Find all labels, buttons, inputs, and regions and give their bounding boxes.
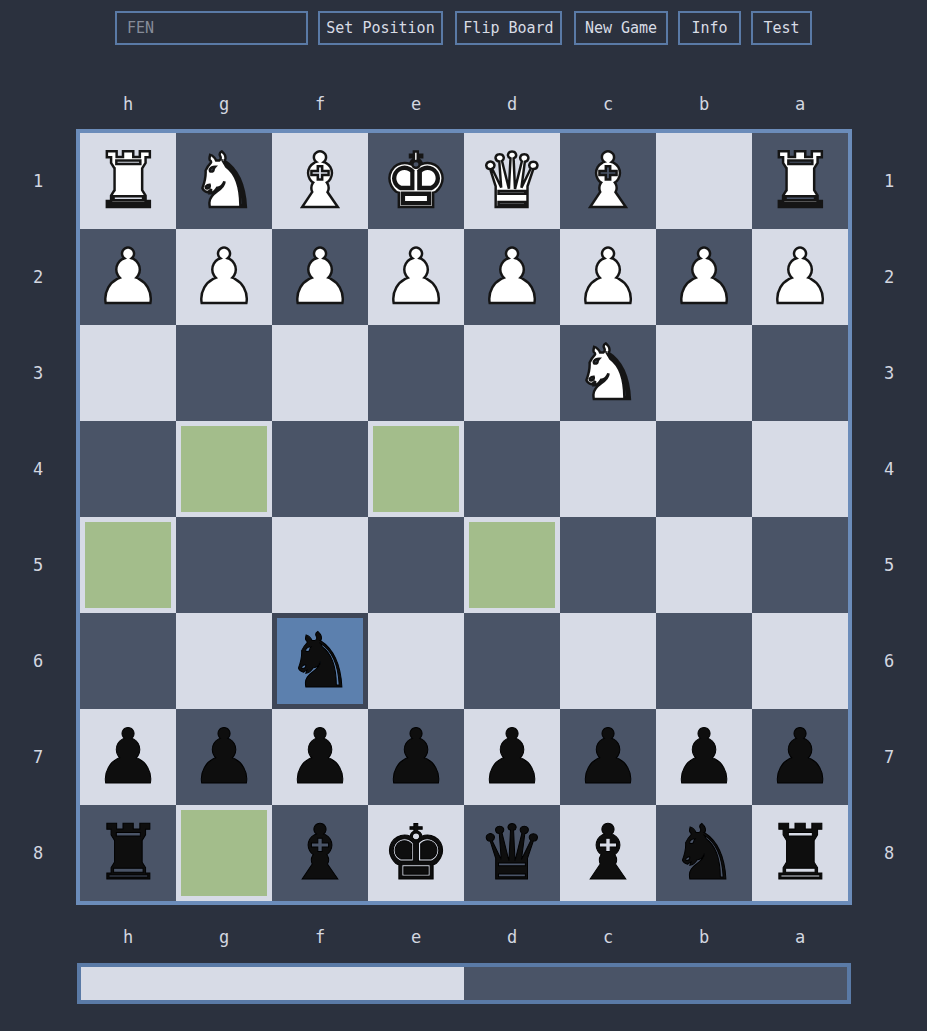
square-c7[interactable]: ♟ (560, 709, 656, 805)
square-e8[interactable]: ♚ (368, 805, 464, 901)
piece-wN: ♞ (190, 143, 258, 219)
square-b6[interactable] (656, 613, 752, 709)
square-e5[interactable] (368, 517, 464, 613)
file-label-h: h (80, 921, 176, 953)
square-h7[interactable]: ♟ (80, 709, 176, 805)
toolbar: Set Position Flip Board New Game Info Te… (0, 0, 927, 56)
file-labels-top: hgfedcba (80, 88, 848, 120)
file-label-e: e (368, 921, 464, 953)
square-f1[interactable]: ♝ (272, 133, 368, 229)
square-c1[interactable]: ♝ (560, 133, 656, 229)
rank-label-6: 6 (851, 613, 927, 709)
piece-wP: ♟ (670, 239, 738, 315)
rank-label-5: 5 (851, 517, 927, 613)
file-labels-bottom: hgfedcba (80, 921, 848, 953)
rank-label-8: 8 (0, 805, 76, 901)
square-g7[interactable]: ♟ (176, 709, 272, 805)
square-f3[interactable] (272, 325, 368, 421)
piece-bP: ♟ (190, 719, 258, 795)
square-c6[interactable] (560, 613, 656, 709)
legal-move-highlight (469, 522, 555, 608)
square-g6[interactable] (176, 613, 272, 709)
piece-wP: ♟ (190, 239, 258, 315)
set-position-button[interactable]: Set Position (318, 11, 443, 45)
file-label-d: d (464, 88, 560, 120)
square-e1[interactable]: ♚ (368, 133, 464, 229)
rank-label-6: 6 (0, 613, 76, 709)
rank-label-7: 7 (0, 709, 76, 805)
piece-wR: ♜ (766, 143, 834, 219)
square-h4[interactable] (80, 421, 176, 517)
square-d3[interactable] (464, 325, 560, 421)
piece-wP: ♟ (574, 239, 642, 315)
square-g2[interactable]: ♟ (176, 229, 272, 325)
file-label-a: a (752, 921, 848, 953)
square-a4[interactable] (752, 421, 848, 517)
piece-bP: ♟ (382, 719, 450, 795)
square-b3[interactable] (656, 325, 752, 421)
square-g3[interactable] (176, 325, 272, 421)
flip-board-button[interactable]: Flip Board (455, 11, 562, 45)
square-d2[interactable]: ♟ (464, 229, 560, 325)
legal-move-highlight (373, 426, 459, 512)
info-button[interactable]: Info (678, 11, 741, 45)
rank-label-2: 2 (851, 229, 927, 325)
rank-label-1: 1 (0, 133, 76, 229)
file-label-c: c (560, 921, 656, 953)
square-g4[interactable] (176, 421, 272, 517)
piece-bB: ♝ (574, 815, 642, 891)
square-a5[interactable] (752, 517, 848, 613)
square-e4[interactable] (368, 421, 464, 517)
square-d8[interactable]: ♛ (464, 805, 560, 901)
piece-bN: ♞ (670, 815, 738, 891)
piece-wP: ♟ (478, 239, 546, 315)
piece-wP: ♟ (94, 239, 162, 315)
piece-bQ: ♛ (478, 815, 546, 891)
file-label-h: h (80, 88, 176, 120)
square-a6[interactable] (752, 613, 848, 709)
square-a7[interactable]: ♟ (752, 709, 848, 805)
square-e3[interactable] (368, 325, 464, 421)
piece-bK: ♚ (382, 815, 450, 891)
square-g8[interactable] (176, 805, 272, 901)
legal-move-highlight (181, 426, 267, 512)
rank-label-4: 4 (0, 421, 76, 517)
piece-bR: ♜ (766, 815, 834, 891)
file-label-a: a (752, 88, 848, 120)
rank-label-3: 3 (0, 325, 76, 421)
square-c8[interactable]: ♝ (560, 805, 656, 901)
square-d7[interactable]: ♟ (464, 709, 560, 805)
square-b1[interactable] (656, 133, 752, 229)
file-label-b: b (656, 921, 752, 953)
square-b4[interactable] (656, 421, 752, 517)
piece-wR: ♜ (94, 143, 162, 219)
piece-bN: ♞ (286, 623, 354, 699)
test-button[interactable]: Test (751, 11, 812, 45)
square-d4[interactable] (464, 421, 560, 517)
square-h1[interactable]: ♜ (80, 133, 176, 229)
chess-board: ♜♞♝♚♛♝♜♟♟♟♟♟♟♟♟♞♞♟♟♟♟♟♟♟♟♜♝♚♛♝♞♜ (76, 129, 852, 905)
file-label-c: c (560, 88, 656, 120)
square-a2[interactable]: ♟ (752, 229, 848, 325)
square-h3[interactable] (80, 325, 176, 421)
square-h5[interactable] (80, 517, 176, 613)
piece-wK: ♚ (382, 143, 450, 219)
square-c5[interactable] (560, 517, 656, 613)
piece-bP: ♟ (94, 719, 162, 795)
rank-label-8: 8 (851, 805, 927, 901)
square-e7[interactable]: ♟ (368, 709, 464, 805)
square-c4[interactable] (560, 421, 656, 517)
piece-bB: ♝ (286, 815, 354, 891)
square-f7[interactable]: ♟ (272, 709, 368, 805)
piece-wQ: ♛ (478, 143, 546, 219)
square-h8[interactable]: ♜ (80, 805, 176, 901)
legal-move-highlight (85, 522, 171, 608)
piece-wB: ♝ (574, 143, 642, 219)
piece-bP: ♟ (286, 719, 354, 795)
file-label-b: b (656, 88, 752, 120)
rank-label-5: 5 (0, 517, 76, 613)
piece-bP: ♟ (574, 719, 642, 795)
square-d6[interactable] (464, 613, 560, 709)
rank-label-4: 4 (851, 421, 927, 517)
square-d1[interactable]: ♛ (464, 133, 560, 229)
rank-labels-right: 12345678 (851, 133, 927, 901)
file-label-d: d (464, 921, 560, 953)
square-h6[interactable] (80, 613, 176, 709)
fen-input[interactable] (115, 11, 308, 45)
square-f4[interactable] (272, 421, 368, 517)
file-label-g: g (176, 88, 272, 120)
new-game-button[interactable]: New Game (574, 11, 668, 45)
square-c3[interactable]: ♞ (560, 325, 656, 421)
square-g1[interactable]: ♞ (176, 133, 272, 229)
rank-label-1: 1 (851, 133, 927, 229)
square-e6[interactable] (368, 613, 464, 709)
piece-wB: ♝ (286, 143, 354, 219)
file-label-g: g (176, 921, 272, 953)
square-b7[interactable]: ♟ (656, 709, 752, 805)
rank-label-7: 7 (851, 709, 927, 805)
piece-bP: ♟ (478, 719, 546, 795)
piece-wN: ♞ (574, 335, 642, 411)
piece-wP: ♟ (382, 239, 450, 315)
square-f6[interactable]: ♞ (272, 613, 368, 709)
square-f8[interactable]: ♝ (272, 805, 368, 901)
piece-bP: ♟ (670, 719, 738, 795)
square-e2[interactable]: ♟ (368, 229, 464, 325)
square-b8[interactable]: ♞ (656, 805, 752, 901)
piece-bP: ♟ (766, 719, 834, 795)
file-label-f: f (272, 921, 368, 953)
square-h2[interactable]: ♟ (80, 229, 176, 325)
rank-label-2: 2 (0, 229, 76, 325)
square-b2[interactable]: ♟ (656, 229, 752, 325)
rank-labels-left: 12345678 (0, 133, 76, 901)
square-a1[interactable]: ♜ (752, 133, 848, 229)
piece-wP: ♟ (766, 239, 834, 315)
square-a8[interactable]: ♜ (752, 805, 848, 901)
square-c2[interactable]: ♟ (560, 229, 656, 325)
eval-bar-white (81, 967, 464, 1000)
file-label-f: f (272, 88, 368, 120)
square-a3[interactable] (752, 325, 848, 421)
square-g5[interactable] (176, 517, 272, 613)
rank-label-3: 3 (851, 325, 927, 421)
eval-bar (77, 963, 851, 1004)
file-label-e: e (368, 88, 464, 120)
square-d5[interactable] (464, 517, 560, 613)
legal-move-highlight (181, 810, 267, 896)
piece-bR: ♜ (94, 815, 162, 891)
square-f2[interactable]: ♟ (272, 229, 368, 325)
square-b5[interactable] (656, 517, 752, 613)
square-f5[interactable] (272, 517, 368, 613)
piece-wP: ♟ (286, 239, 354, 315)
